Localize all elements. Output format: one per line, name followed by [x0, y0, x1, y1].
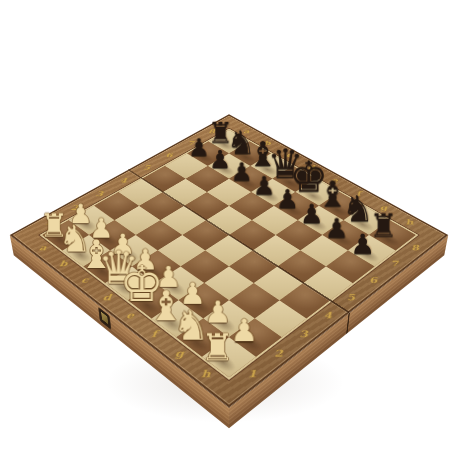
rank-label: 5: [135, 159, 158, 177]
rank-label: 4: [111, 171, 135, 190]
piece-white-rook[interactable]: ♜: [185, 329, 250, 366]
rank-label: 3: [290, 321, 318, 348]
board-grid: ♜♞♝♛♚♝♞♜♟♟♟♟♟♟♟♟♟♟♟♟♟♟♟♟♜♞♝♛♚♝♞♜: [42, 130, 415, 377]
file-label: h: [186, 364, 225, 385]
product-photo-scene: ♜♞♝♛♚♝♞♜♟♟♟♟♟♟♟♟♟♟♟♟♟♟♟♟♜♞♝♛♚♝♞♜ abcdefg…: [0, 0, 458, 458]
rank-label: 6: [359, 269, 387, 293]
box-side-fold-cut: [346, 312, 350, 334]
brass-latch-plate: [101, 311, 108, 324]
chess-board: ♜♞♝♛♚♝♞♜♟♟♟♟♟♟♟♟♟♟♟♟♟♟♟♟♜♞♝♛♚♝♞♜ abcdefg…: [10, 114, 448, 407]
piece-black-pawn[interactable]: ♟: [334, 230, 392, 258]
